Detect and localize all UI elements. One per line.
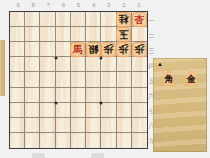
square-6-3[interactable] (56, 42, 71, 57)
hand-piece-金[interactable]: 金 (185, 71, 198, 86)
square-8-2[interactable] (25, 27, 40, 42)
square-4-7[interactable] (86, 103, 101, 118)
square-3-6[interactable] (101, 88, 116, 103)
rank-label-2: 二 (148, 32, 155, 41)
square-8-4[interactable] (25, 57, 40, 72)
hand-piece-角[interactable]: 角 (162, 71, 175, 86)
square-7-6[interactable] (40, 88, 55, 103)
square-4-1[interactable] (86, 12, 101, 27)
rank-label-1: 一 (148, 17, 155, 26)
square-9-7[interactable] (10, 103, 25, 118)
square-3-8[interactable] (101, 118, 116, 133)
square-2-2[interactable]: 玉 (117, 27, 132, 42)
star-point (54, 101, 57, 104)
gote-piece-2-1[interactable]: 桂 (117, 13, 130, 26)
square-3-4[interactable] (101, 57, 116, 72)
file-label-4: 4 (86, 2, 102, 8)
square-7-7[interactable] (40, 103, 55, 118)
sente-komadai: ▲ 角金 (153, 58, 207, 152)
square-8-5[interactable] (25, 72, 40, 87)
square-1-1[interactable]: 杏 (132, 12, 147, 27)
sente-mark: ▲ (157, 61, 163, 67)
file-label-8: 8 (25, 2, 41, 8)
square-6-6[interactable] (56, 88, 71, 103)
bottom-ui-fragment-left (32, 153, 45, 158)
square-8-1[interactable] (25, 12, 40, 27)
square-6-2[interactable] (56, 27, 71, 42)
square-7-5[interactable] (40, 72, 55, 87)
square-4-3[interactable]: 銀 (86, 42, 101, 57)
square-6-4[interactable] (56, 57, 71, 72)
square-7-1[interactable] (40, 12, 55, 27)
square-5-1[interactable] (71, 12, 86, 27)
square-1-5[interactable] (132, 72, 147, 87)
square-9-6[interactable] (10, 88, 25, 103)
square-4-9[interactable] (86, 133, 101, 148)
square-7-4[interactable] (40, 57, 55, 72)
file-label-9: 9 (10, 2, 26, 8)
square-3-3[interactable]: 歩 (101, 42, 116, 57)
square-5-3[interactable]: 馬 (71, 42, 86, 57)
square-3-2[interactable] (101, 27, 116, 42)
square-6-5[interactable] (56, 72, 71, 87)
square-1-8[interactable] (132, 118, 147, 133)
square-9-8[interactable] (10, 118, 25, 133)
square-4-5[interactable] (86, 72, 101, 87)
file-label-1: 1 (131, 2, 147, 8)
sente-hand-row: 角金 (153, 71, 207, 86)
square-5-8[interactable] (71, 118, 86, 133)
square-1-6[interactable] (132, 88, 147, 103)
square-2-4[interactable] (117, 57, 132, 72)
star-point (54, 56, 57, 59)
square-7-9[interactable] (40, 133, 55, 148)
square-4-6[interactable] (86, 88, 101, 103)
square-8-8[interactable] (25, 118, 40, 133)
square-2-1[interactable]: 桂 (117, 12, 132, 27)
square-8-6[interactable] (25, 88, 40, 103)
square-2-7[interactable] (117, 103, 132, 118)
square-7-8[interactable] (40, 118, 55, 133)
rank-label-3: 三 (148, 47, 155, 56)
square-4-8[interactable] (86, 118, 101, 133)
gote-piece-3-3[interactable]: 歩 (102, 43, 115, 56)
square-9-5[interactable] (10, 72, 25, 87)
square-6-8[interactable] (56, 118, 71, 133)
square-5-5[interactable] (71, 72, 86, 87)
square-5-6[interactable] (71, 88, 86, 103)
square-2-9[interactable] (117, 133, 132, 148)
gote-komadai-sliver (0, 40, 5, 96)
bottom-ui-fragment-right (91, 153, 104, 158)
square-1-3[interactable]: 歩 (132, 42, 147, 57)
square-2-8[interactable] (117, 118, 132, 133)
file-label-3: 3 (101, 2, 117, 8)
square-6-9[interactable] (56, 133, 71, 148)
square-8-7[interactable] (25, 103, 40, 118)
star-point (100, 56, 103, 59)
square-7-3[interactable] (40, 42, 55, 57)
square-9-1[interactable] (10, 12, 25, 27)
square-5-7[interactable] (71, 103, 86, 118)
square-4-2[interactable] (86, 27, 101, 42)
square-8-9[interactable] (25, 133, 40, 148)
square-3-9[interactable] (101, 133, 116, 148)
square-4-4[interactable] (86, 57, 101, 72)
square-6-7[interactable] (56, 103, 71, 118)
sente-piece-5-3[interactable]: 馬 (71, 43, 84, 56)
square-3-7[interactable] (101, 103, 116, 118)
square-2-6[interactable] (117, 88, 132, 103)
square-9-3[interactable] (10, 42, 25, 57)
square-1-4[interactable] (132, 57, 147, 72)
file-label-6: 6 (55, 2, 71, 8)
square-9-2[interactable] (10, 27, 25, 42)
square-3-1[interactable] (101, 12, 116, 27)
square-8-3[interactable] (25, 42, 40, 57)
gote-piece-1-3[interactable]: 歩 (133, 43, 146, 56)
square-5-9[interactable] (71, 133, 86, 148)
square-9-4[interactable] (10, 57, 25, 72)
square-1-7[interactable] (132, 103, 147, 118)
square-1-9[interactable] (132, 133, 147, 148)
file-label-5: 5 (71, 2, 87, 8)
sente-piece-1-1[interactable]: 杏 (133, 13, 146, 26)
square-7-2[interactable] (40, 27, 55, 42)
square-1-2[interactable] (132, 27, 147, 42)
square-5-4[interactable] (71, 57, 86, 72)
square-3-5[interactable] (101, 72, 116, 87)
square-2-5[interactable] (117, 72, 132, 87)
star-point (100, 101, 103, 104)
square-5-2[interactable] (71, 27, 86, 42)
file-label-7: 7 (40, 2, 56, 8)
file-label-2: 2 (116, 2, 132, 8)
square-2-3[interactable]: 歩 (117, 42, 132, 57)
gote-piece-4-3[interactable]: 銀 (87, 43, 100, 56)
shogi-board: 桂杏玉馬銀歩歩歩 (9, 11, 148, 149)
square-9-9[interactable] (10, 133, 25, 148)
square-6-1[interactable] (56, 12, 71, 27)
gote-piece-2-3[interactable]: 歩 (117, 43, 130, 56)
gote-piece-2-2[interactable]: 玉 (117, 28, 130, 41)
